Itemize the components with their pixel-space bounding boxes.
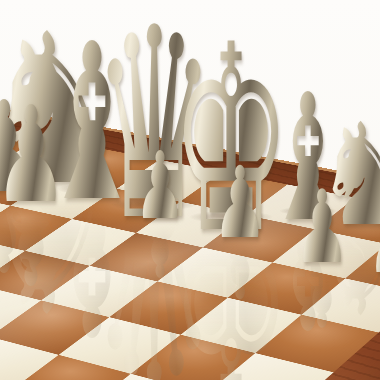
pawn-glyph: ♟: [212, 153, 267, 252]
pawn-glyph: ♟: [0, 89, 68, 222]
pawn-glyph: ♟: [294, 177, 350, 278]
pawn-glyph: ♟: [366, 182, 380, 289]
chess-set-photo: ♞♞♟♟♝♝♟♟♛♛♟♟♚♚♟♟♝♝♟♟♞♞♟♟: [0, 0, 380, 380]
